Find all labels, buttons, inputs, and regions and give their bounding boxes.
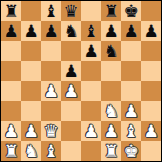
- square-c3[interactable]: [41, 101, 61, 121]
- square-e7[interactable]: ♝: [81, 21, 101, 41]
- piece-white-pawn[interactable]: ♟: [103, 121, 118, 141]
- square-b2[interactable]: ♟: [21, 121, 41, 141]
- square-a7[interactable]: ♟: [1, 21, 21, 41]
- piece-black-pawn[interactable]: ♟: [23, 21, 38, 41]
- square-d2[interactable]: [61, 121, 81, 141]
- square-a1[interactable]: ♜: [1, 141, 21, 161]
- piece-white-bishop[interactable]: ♝: [123, 121, 138, 141]
- square-b8[interactable]: [21, 1, 41, 21]
- piece-black-knight[interactable]: ♞: [103, 41, 118, 61]
- square-c7[interactable]: ♟: [41, 21, 61, 41]
- piece-black-knight[interactable]: ♞: [63, 21, 78, 41]
- piece-black-pawn[interactable]: ♟: [63, 61, 78, 81]
- square-c6[interactable]: [41, 41, 61, 61]
- piece-black-pawn[interactable]: ♟: [123, 21, 138, 41]
- piece-black-rook[interactable]: ♜: [103, 1, 118, 21]
- piece-black-pawn[interactable]: ♟: [103, 21, 118, 41]
- piece-white-pawn[interactable]: ♟: [143, 121, 158, 141]
- square-a6[interactable]: [1, 41, 21, 61]
- square-g8[interactable]: ♚: [121, 1, 141, 21]
- piece-black-pawn[interactable]: ♟: [3, 21, 18, 41]
- square-d5[interactable]: ♟: [61, 61, 81, 81]
- square-h7[interactable]: ♟: [141, 21, 161, 41]
- piece-white-pawn[interactable]: ♟: [123, 101, 138, 121]
- square-d7[interactable]: ♞: [61, 21, 81, 41]
- square-a5[interactable]: [1, 61, 21, 81]
- piece-white-bishop[interactable]: ♝: [43, 141, 58, 161]
- square-b3[interactable]: [21, 101, 41, 121]
- square-e4[interactable]: [81, 81, 101, 101]
- square-b4[interactable]: [21, 81, 41, 101]
- square-e6[interactable]: ♟: [81, 41, 101, 61]
- piece-white-pawn[interactable]: ♟: [23, 121, 38, 141]
- square-a3[interactable]: [1, 101, 21, 121]
- piece-black-rook[interactable]: ♜: [3, 1, 18, 21]
- piece-black-pawn[interactable]: ♟: [83, 41, 98, 61]
- square-d3[interactable]: [61, 101, 81, 121]
- square-e3[interactable]: [81, 101, 101, 121]
- piece-white-pawn[interactable]: ♟: [63, 81, 78, 101]
- piece-white-rook[interactable]: ♜: [3, 141, 18, 161]
- square-c5[interactable]: [41, 61, 61, 81]
- square-f8[interactable]: ♜: [101, 1, 121, 21]
- square-f5[interactable]: [101, 61, 121, 81]
- piece-black-pawn[interactable]: ♟: [43, 21, 58, 41]
- square-c4[interactable]: ♟: [41, 81, 61, 101]
- square-b6[interactable]: [21, 41, 41, 61]
- square-c2[interactable]: ♛: [41, 121, 61, 141]
- square-c1[interactable]: ♝: [41, 141, 61, 161]
- piece-black-king[interactable]: ♚: [123, 1, 138, 21]
- chess-board: ♜♝♛♜♚♟♟♟♞♝♟♟♟♟♞♟♟♟♞♟♟♟♛♟♟♝♟♜♞♝♜♚: [0, 0, 162, 162]
- piece-black-bishop[interactable]: ♝: [43, 1, 58, 21]
- square-h1[interactable]: [141, 141, 161, 161]
- square-b1[interactable]: ♞: [21, 141, 41, 161]
- piece-white-pawn[interactable]: ♟: [83, 121, 98, 141]
- square-h6[interactable]: [141, 41, 161, 61]
- square-h3[interactable]: [141, 101, 161, 121]
- square-f2[interactable]: ♟: [101, 121, 121, 141]
- square-g7[interactable]: ♟: [121, 21, 141, 41]
- square-e1[interactable]: [81, 141, 101, 161]
- piece-black-queen[interactable]: ♛: [63, 1, 78, 21]
- square-b7[interactable]: ♟: [21, 21, 41, 41]
- square-f3[interactable]: ♞: [101, 101, 121, 121]
- piece-white-pawn[interactable]: ♟: [3, 121, 18, 141]
- square-d6[interactable]: [61, 41, 81, 61]
- square-a4[interactable]: [1, 81, 21, 101]
- piece-white-pawn[interactable]: ♟: [43, 81, 58, 101]
- square-f1[interactable]: ♜: [101, 141, 121, 161]
- piece-white-knight[interactable]: ♞: [23, 141, 38, 161]
- piece-white-knight[interactable]: ♞: [103, 101, 118, 121]
- piece-black-bishop[interactable]: ♝: [83, 21, 98, 41]
- square-g4[interactable]: [121, 81, 141, 101]
- square-g6[interactable]: [121, 41, 141, 61]
- square-f6[interactable]: ♞: [101, 41, 121, 61]
- square-d1[interactable]: [61, 141, 81, 161]
- square-e5[interactable]: [81, 61, 101, 81]
- square-h8[interactable]: [141, 1, 161, 21]
- piece-black-pawn[interactable]: ♟: [143, 21, 158, 41]
- square-h2[interactable]: ♟: [141, 121, 161, 141]
- square-e8[interactable]: [81, 1, 101, 21]
- square-a8[interactable]: ♜: [1, 1, 21, 21]
- square-g2[interactable]: ♝: [121, 121, 141, 141]
- piece-white-king[interactable]: ♚: [123, 141, 138, 161]
- square-a2[interactable]: ♟: [1, 121, 21, 141]
- square-g1[interactable]: ♚: [121, 141, 141, 161]
- square-f7[interactable]: ♟: [101, 21, 121, 41]
- square-f4[interactable]: [101, 81, 121, 101]
- square-b5[interactable]: [21, 61, 41, 81]
- square-g5[interactable]: [121, 61, 141, 81]
- square-c8[interactable]: ♝: [41, 1, 61, 21]
- square-d8[interactable]: ♛: [61, 1, 81, 21]
- square-h5[interactable]: [141, 61, 161, 81]
- square-g3[interactable]: ♟: [121, 101, 141, 121]
- square-d4[interactable]: ♟: [61, 81, 81, 101]
- square-h4[interactable]: [141, 81, 161, 101]
- square-e2[interactable]: ♟: [81, 121, 101, 141]
- piece-white-rook[interactable]: ♜: [103, 141, 118, 161]
- piece-white-queen[interactable]: ♛: [43, 121, 58, 141]
